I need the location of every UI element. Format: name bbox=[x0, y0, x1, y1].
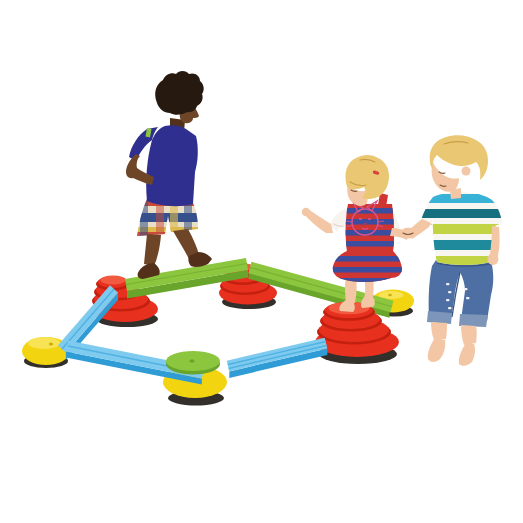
photo-canvas bbox=[0, 0, 523, 523]
boy2-ear bbox=[462, 167, 471, 176]
embroidery-mark bbox=[448, 291, 452, 293]
dress-stripe bbox=[342, 241, 398, 247]
jeans-cuff bbox=[459, 314, 488, 327]
disc-dimple bbox=[189, 359, 194, 363]
green-disc-top bbox=[166, 351, 220, 375]
boy2-jeans bbox=[429, 260, 494, 321]
jeans-cuff bbox=[427, 311, 452, 324]
plaid-band bbox=[140, 194, 148, 240]
dome-top-hole bbox=[388, 294, 392, 297]
boy-walking-beam bbox=[126, 71, 212, 279]
boy1-hair bbox=[155, 71, 204, 115]
tee-stripe bbox=[415, 209, 507, 218]
dress-stripe bbox=[328, 256, 406, 262]
boy2-right-foot bbox=[459, 343, 475, 366]
embroidery-mark bbox=[448, 307, 452, 309]
girl-left-hand bbox=[302, 208, 310, 216]
blue-beam-lower-right bbox=[227, 338, 328, 378]
boy1-front-leg bbox=[144, 234, 161, 266]
girl-skirt bbox=[333, 251, 402, 282]
boy2-fist bbox=[488, 253, 499, 265]
boy-holding-hand bbox=[401, 135, 507, 365]
boy1-tshirt bbox=[146, 125, 198, 206]
boy2-eye bbox=[439, 172, 445, 173]
girl-skirt-stripes bbox=[328, 256, 406, 284]
balance-course-scene bbox=[0, 0, 523, 523]
boy2-left-shin bbox=[431, 322, 447, 340]
dome-top-face bbox=[28, 337, 60, 349]
dress-stripe bbox=[328, 267, 406, 273]
boy2-right-shin bbox=[461, 325, 477, 345]
boy2-left-foot bbox=[428, 338, 445, 362]
embroidery-mark bbox=[464, 288, 468, 290]
embroidery-mark bbox=[446, 299, 450, 301]
embroidery-mark bbox=[446, 283, 450, 285]
embroidery-mark bbox=[466, 297, 470, 299]
dome-top-face bbox=[101, 276, 126, 285]
dome-top-hole bbox=[49, 342, 53, 345]
boy2-face bbox=[432, 162, 459, 192]
